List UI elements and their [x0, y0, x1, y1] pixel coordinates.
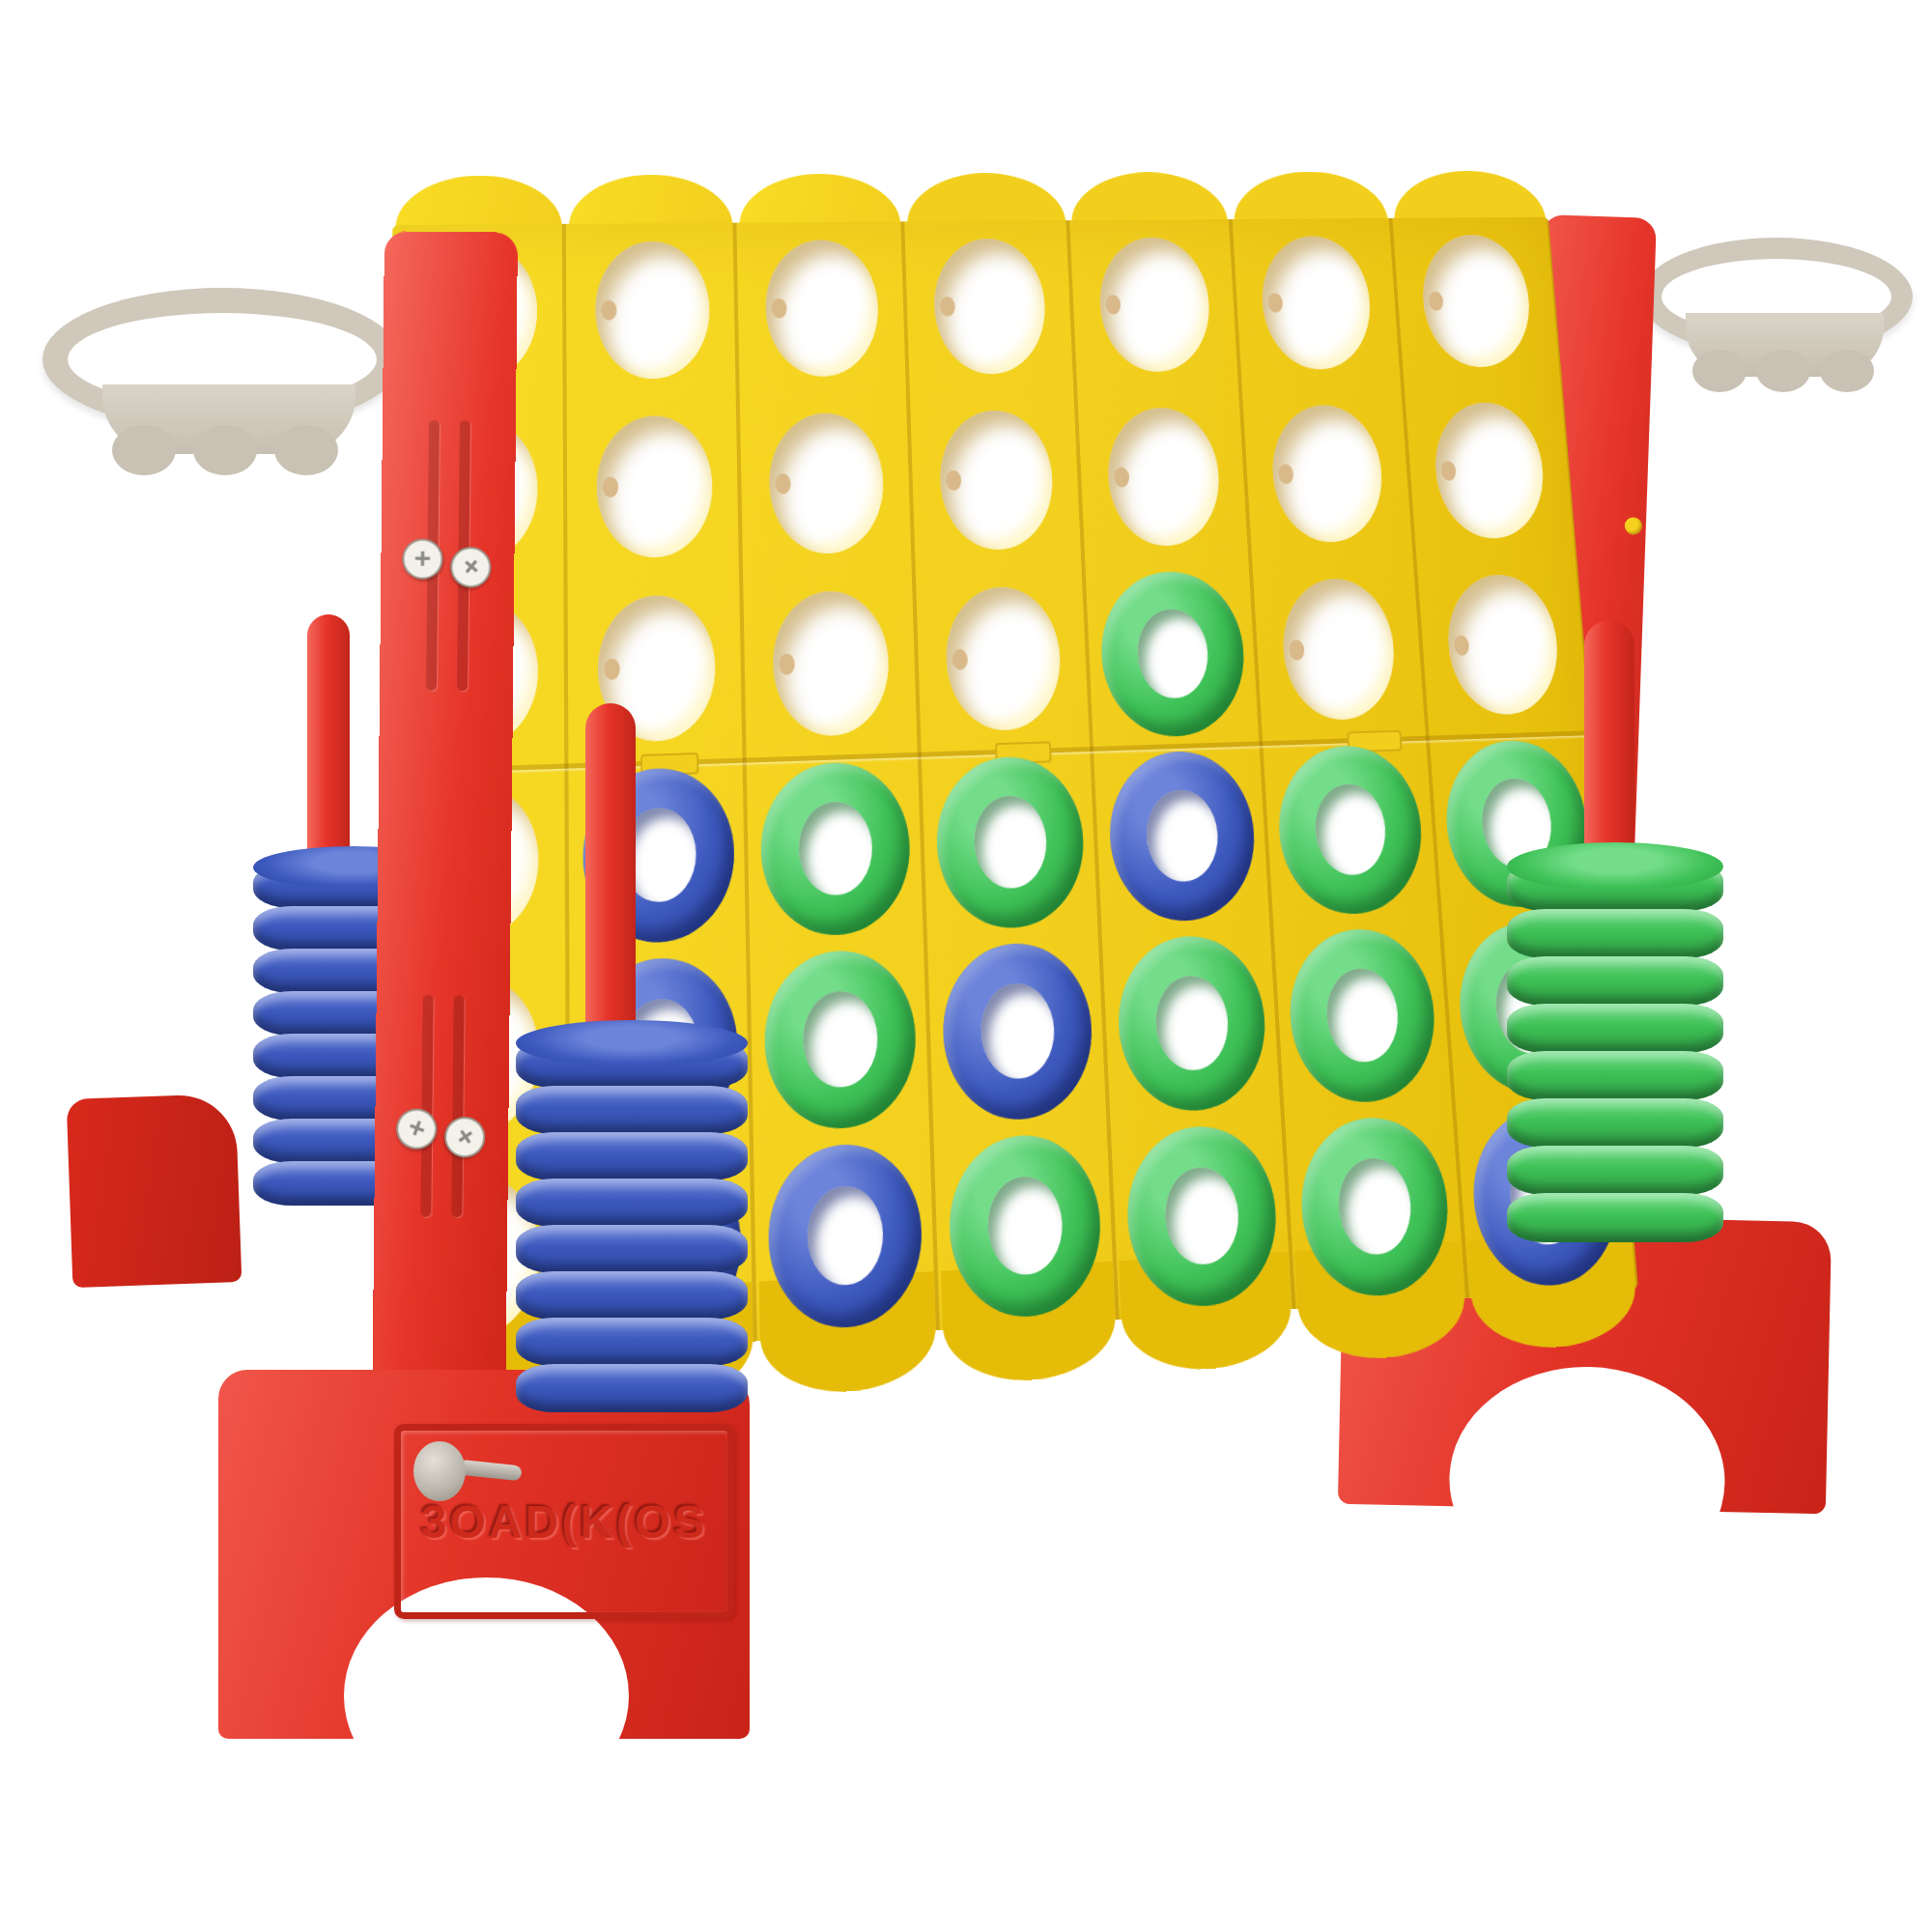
green-disc	[1115, 933, 1269, 1114]
left-bowl-scallop	[274, 425, 338, 475]
green-disc	[759, 760, 912, 938]
axle-pin	[1454, 635, 1470, 656]
blue-stacked-disc	[516, 1086, 748, 1134]
cell-r6c3	[753, 1132, 939, 1342]
empty-hole	[1431, 402, 1548, 540]
cell-r1c6	[1231, 218, 1403, 388]
empty-hole	[1419, 235, 1535, 368]
empty-hole	[1259, 236, 1375, 370]
front-right-discs	[1507, 864, 1723, 1242]
empty-hole	[944, 585, 1063, 731]
empty-hole	[768, 412, 885, 554]
post-groove	[420, 995, 433, 1217]
empty-hole	[1105, 407, 1222, 547]
disc-center-hole	[807, 1184, 885, 1287]
cell-r5c4	[926, 932, 1109, 1132]
axle-pin	[604, 658, 620, 680]
cell-r5c6	[1272, 918, 1454, 1114]
front-left-discs	[516, 1041, 748, 1412]
left-frame-post: + + + +	[372, 231, 518, 1406]
cell-r1c7	[1391, 217, 1562, 386]
disc-center-hole	[1336, 1156, 1414, 1256]
cell-r2c6	[1240, 386, 1414, 563]
disc-center-hole	[980, 982, 1056, 1081]
cell-r2c3	[739, 393, 915, 574]
blue-disc	[1106, 750, 1259, 924]
cell-r6c6	[1283, 1106, 1467, 1310]
axle-pin	[1440, 461, 1457, 481]
disc-center-hole	[798, 801, 873, 896]
lock-pin-cap	[413, 1441, 466, 1501]
axle-pin	[602, 476, 617, 497]
cell-r6c5	[1109, 1114, 1294, 1320]
screw-icon: +	[390, 1103, 442, 1155]
cell-r1c4	[903, 220, 1076, 393]
green-stacked-disc	[1507, 909, 1723, 958]
green-disc	[1297, 1115, 1454, 1300]
green-disc	[947, 1132, 1104, 1321]
cell-r1c5	[1068, 219, 1240, 391]
empty-hole	[596, 415, 713, 559]
cell-r3c4	[915, 566, 1093, 752]
disc-center-hole	[973, 795, 1048, 890]
green-stack-top-disc	[1507, 842, 1723, 891]
empty-hole	[938, 410, 1055, 551]
cell-r1c2	[566, 223, 740, 399]
post-groove	[451, 995, 464, 1217]
empty-hole	[765, 240, 881, 377]
left-bowl-scallop	[193, 425, 257, 475]
cell-r4c4	[921, 747, 1101, 939]
right-foot-arch	[1447, 1364, 1727, 1597]
disc-center-hole	[986, 1175, 1065, 1276]
green-disc	[1286, 926, 1440, 1105]
disc-center-hole	[1135, 609, 1209, 699]
axle-pin	[1289, 639, 1305, 661]
blue-disc	[940, 941, 1094, 1123]
green-disc	[1123, 1123, 1281, 1311]
screw-icon: +	[402, 538, 442, 579]
cell-r2c4	[909, 391, 1084, 571]
empty-hole	[1280, 578, 1399, 722]
blue-stacked-disc	[516, 1318, 748, 1366]
embossed-brand-text: 3OAD(K(OS	[421, 1495, 707, 1548]
disc-center-hole	[1163, 1166, 1241, 1266]
screw-icon: +	[437, 1109, 493, 1165]
empty-hole	[932, 239, 1048, 375]
axle-pin	[772, 298, 787, 319]
green-stacked-disc	[1507, 1193, 1723, 1242]
axle-pin	[1278, 464, 1294, 484]
empty-hole	[1269, 405, 1386, 544]
empty-hole	[594, 241, 710, 380]
right-bowl-scallop	[1820, 350, 1874, 392]
product-photo-stage: + + + + 3OAD(K(OS	[0, 0, 1932, 1932]
axle-pin	[1428, 292, 1443, 311]
blue-stacked-disc	[516, 1179, 748, 1227]
disc-center-hole	[1153, 975, 1230, 1072]
empty-hole	[1096, 237, 1212, 372]
axle-pin	[1268, 293, 1284, 312]
empty-hole	[772, 590, 891, 738]
disc-center-hole	[1313, 783, 1388, 876]
green-disc	[763, 948, 919, 1132]
green-disc	[934, 754, 1087, 930]
cell-r2c2	[566, 396, 742, 579]
axle-pin	[1114, 467, 1130, 487]
right-bowl-scallop	[1692, 350, 1747, 392]
green-stacked-disc	[1507, 1098, 1723, 1148]
blue-stacked-disc	[516, 1364, 748, 1412]
axle-pin	[952, 649, 968, 670]
cell-r5c5	[1100, 925, 1283, 1123]
axle-pin	[946, 470, 961, 491]
green-stacked-disc	[1507, 1004, 1723, 1053]
left-bowl-scallop	[112, 425, 176, 475]
cell-r4c3	[746, 753, 926, 947]
cell-r4c6	[1262, 736, 1441, 925]
screw-icon: +	[442, 539, 499, 596]
green-disc	[1275, 744, 1428, 917]
cell-r6c4	[932, 1123, 1118, 1331]
disc-center-hole	[1144, 789, 1219, 883]
cell-r2c7	[1403, 384, 1577, 558]
disc-center-hole	[1324, 967, 1401, 1064]
cell-r5c3	[750, 939, 933, 1141]
green-stacked-disc	[1507, 956, 1723, 1006]
blue-stacked-disc	[516, 1132, 748, 1180]
cell-r2c5	[1076, 388, 1251, 566]
cell-r3c6	[1251, 558, 1428, 741]
green-stacked-disc	[1507, 1051, 1723, 1100]
blue-stack-top-disc	[516, 1020, 748, 1066]
axle-pin	[601, 300, 616, 321]
cell-r1c3	[736, 221, 909, 396]
cell-r3c3	[743, 570, 921, 757]
rivet	[1625, 517, 1643, 535]
axle-pin	[780, 653, 796, 674]
cell-r4c5	[1093, 741, 1272, 932]
cell-r3c5	[1084, 562, 1261, 747]
blue-disc	[767, 1141, 924, 1332]
blue-stacked-disc	[516, 1271, 748, 1320]
disc-center-hole	[803, 990, 879, 1090]
axle-pin	[1105, 295, 1121, 315]
blue-stacked-disc	[516, 1225, 748, 1273]
rear-left-foot	[67, 1094, 242, 1288]
axle-pin	[776, 473, 791, 495]
axle-pin	[940, 297, 955, 317]
empty-hole	[1444, 574, 1563, 716]
green-stacked-disc	[1507, 1146, 1723, 1195]
right-bowl-scallop	[1756, 350, 1810, 392]
green-disc	[1097, 570, 1248, 738]
cell-r3c7	[1415, 554, 1591, 735]
left-foot: 3OAD(K(OS	[218, 1370, 750, 1739]
